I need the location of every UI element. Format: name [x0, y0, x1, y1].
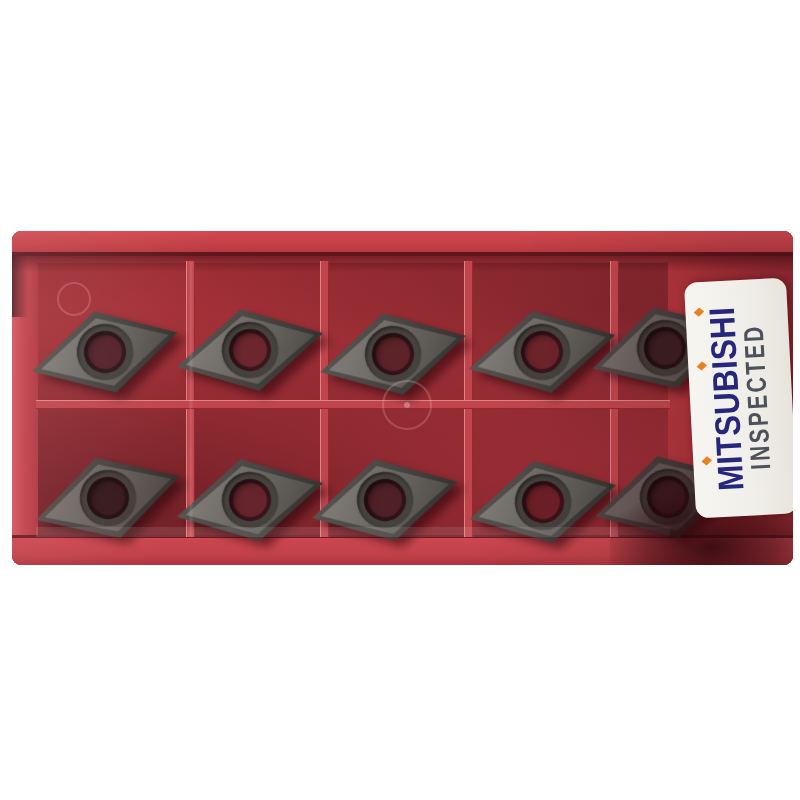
brand-letter: H: [704, 315, 741, 340]
case-lid-top-edge: [12, 231, 793, 253]
lid-bottom-rim: [36, 527, 670, 537]
inspected-text: INSPECTED: [736, 323, 778, 471]
product-photo: MITSUBISHI INSPECTED: [0, 0, 800, 800]
lid-mold-mark: [382, 380, 432, 430]
insert-case: MITSUBISHI INSPECTED: [12, 231, 793, 565]
brand-letter-dotted: I: [706, 359, 742, 370]
inspection-label: MITSUBISHI INSPECTED: [684, 277, 793, 518]
lid-scratch-line: [190, 261, 192, 537]
brand-letter-dotted: I: [711, 454, 747, 465]
brand-letter-dotted: I: [704, 306, 740, 317]
lid-gap-shadow: [12, 255, 28, 317]
lid-seam-shadow: [12, 256, 793, 272]
lid-mold-mark: [57, 282, 91, 316]
